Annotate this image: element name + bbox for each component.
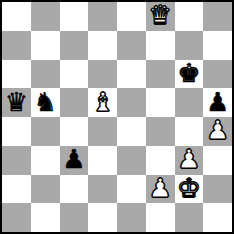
square-b4[interactable] [31, 117, 60, 146]
square-b3[interactable] [31, 146, 60, 175]
square-b8[interactable] [31, 2, 60, 31]
square-c3[interactable]: ♟ [60, 146, 89, 175]
square-b6[interactable] [31, 60, 60, 89]
white-pawn-g3[interactable]: ♟ [177, 146, 200, 172]
square-d7[interactable] [88, 31, 117, 60]
square-a7[interactable] [2, 31, 31, 60]
square-g7[interactable] [175, 31, 204, 60]
square-b7[interactable] [31, 31, 60, 60]
black-king-g6[interactable]: ♚ [177, 60, 200, 86]
square-g8[interactable] [175, 2, 204, 31]
square-b5[interactable]: ♞ [31, 88, 60, 117]
square-d5[interactable]: ♝ [88, 88, 117, 117]
square-e8[interactable] [117, 2, 146, 31]
square-d8[interactable] [88, 2, 117, 31]
square-f1[interactable] [146, 203, 175, 232]
square-d2[interactable] [88, 175, 117, 204]
square-g4[interactable] [175, 117, 204, 146]
square-f8[interactable]: ♛ [146, 2, 175, 31]
square-f7[interactable] [146, 31, 175, 60]
square-c6[interactable] [60, 60, 89, 89]
square-d6[interactable] [88, 60, 117, 89]
white-pawn-f2[interactable]: ♟ [148, 175, 171, 201]
square-d4[interactable] [88, 117, 117, 146]
square-h8[interactable] [203, 2, 232, 31]
square-e4[interactable] [117, 117, 146, 146]
square-c1[interactable] [60, 203, 89, 232]
square-c4[interactable] [60, 117, 89, 146]
square-h3[interactable] [203, 146, 232, 175]
square-c5[interactable] [60, 88, 89, 117]
square-c8[interactable] [60, 2, 89, 31]
white-bishop-d5[interactable]: ♝ [91, 89, 114, 115]
square-a1[interactable] [2, 203, 31, 232]
square-h1[interactable] [203, 203, 232, 232]
square-b1[interactable] [31, 203, 60, 232]
square-g2[interactable]: ♚ [175, 175, 204, 204]
square-g1[interactable] [175, 203, 204, 232]
square-h5[interactable]: ♟ [203, 88, 232, 117]
square-g6[interactable]: ♚ [175, 60, 204, 89]
square-d1[interactable] [88, 203, 117, 232]
square-e2[interactable] [117, 175, 146, 204]
black-knight-b5[interactable]: ♞ [33, 89, 56, 115]
square-d3[interactable] [88, 146, 117, 175]
square-e6[interactable] [117, 60, 146, 89]
square-f2[interactable]: ♟ [146, 175, 175, 204]
square-a8[interactable] [2, 2, 31, 31]
square-f6[interactable] [146, 60, 175, 89]
square-g3[interactable]: ♟ [175, 146, 204, 175]
square-f3[interactable] [146, 146, 175, 175]
white-queen-f8[interactable]: ♛ [148, 2, 171, 28]
square-e3[interactable] [117, 146, 146, 175]
black-queen-a5[interactable]: ♛ [5, 89, 28, 115]
square-f5[interactable] [146, 88, 175, 117]
square-g5[interactable] [175, 88, 204, 117]
chess-board: ♛♚♛♞♝♟♟♟♟♟♚ [2, 2, 232, 232]
square-h2[interactable] [203, 175, 232, 204]
square-e7[interactable] [117, 31, 146, 60]
white-king-g2[interactable]: ♚ [177, 175, 200, 201]
square-b2[interactable] [31, 175, 60, 204]
white-pawn-h4[interactable]: ♟ [206, 117, 229, 143]
square-a6[interactable] [2, 60, 31, 89]
square-a3[interactable] [2, 146, 31, 175]
square-a5[interactable]: ♛ [2, 88, 31, 117]
square-a4[interactable] [2, 117, 31, 146]
square-a2[interactable] [2, 175, 31, 204]
square-c7[interactable] [60, 31, 89, 60]
square-c2[interactable] [60, 175, 89, 204]
black-pawn-c3[interactable]: ♟ [62, 146, 85, 172]
chess-board-frame: ♛♚♛♞♝♟♟♟♟♟♚ [0, 0, 234, 234]
square-h4[interactable]: ♟ [203, 117, 232, 146]
square-h7[interactable] [203, 31, 232, 60]
square-e1[interactable] [117, 203, 146, 232]
black-pawn-h5[interactable]: ♟ [206, 89, 229, 115]
square-f4[interactable] [146, 117, 175, 146]
square-h6[interactable] [203, 60, 232, 89]
square-e5[interactable] [117, 88, 146, 117]
